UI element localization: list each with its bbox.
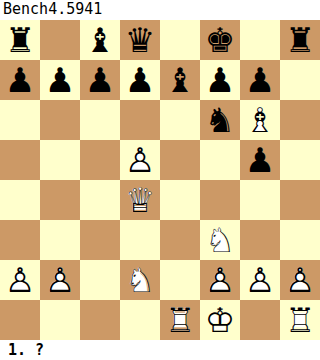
chess-app-window: Bench4.5941 ♜♝♛♚♜♟♟♟♟♝♟♟♞♝♗♟♙♟♛♕♞♘♟♙♟♙♞♘…	[0, 0, 320, 360]
piece-glyph: ♟	[240, 60, 280, 100]
square-f8[interactable]: ♚	[200, 20, 240, 60]
piece-glyph: ♚	[200, 20, 240, 60]
white-knight: ♞♘	[120, 260, 160, 300]
square-a4[interactable]	[0, 180, 40, 220]
square-e8[interactable]	[160, 20, 200, 60]
square-f4[interactable]	[200, 180, 240, 220]
square-h3[interactable]	[280, 220, 320, 260]
square-a5[interactable]	[0, 140, 40, 180]
square-e2[interactable]	[160, 260, 200, 300]
piece-glyph: ♜	[280, 20, 320, 60]
square-h2[interactable]: ♟♙	[280, 260, 320, 300]
square-b4[interactable]	[40, 180, 80, 220]
white-pawn: ♟♙	[280, 260, 320, 300]
black-bishop: ♝	[80, 20, 120, 60]
piece-outline: ♙	[0, 260, 40, 300]
square-d8[interactable]: ♛	[120, 20, 160, 60]
black-pawn: ♟	[240, 60, 280, 100]
square-g4[interactable]	[240, 180, 280, 220]
piece-outline: ♔	[200, 300, 240, 340]
black-bishop: ♝	[160, 60, 200, 100]
white-pawn: ♟♙	[40, 260, 80, 300]
black-rook: ♜	[0, 20, 40, 60]
black-pawn: ♟	[120, 60, 160, 100]
square-b5[interactable]	[40, 140, 80, 180]
square-g7[interactable]: ♟	[240, 60, 280, 100]
black-knight: ♞	[200, 100, 240, 140]
piece-glyph: ♟	[200, 60, 240, 100]
square-f1[interactable]: ♚♔	[200, 300, 240, 340]
white-king: ♚♔	[200, 300, 240, 340]
square-e6[interactable]	[160, 100, 200, 140]
square-c5[interactable]	[80, 140, 120, 180]
square-b8[interactable]	[40, 20, 80, 60]
piece-glyph: ♟	[120, 60, 160, 100]
square-a1[interactable]	[0, 300, 40, 340]
piece-outline: ♖	[160, 300, 200, 340]
white-rook: ♜♖	[280, 300, 320, 340]
black-queen: ♛	[120, 20, 160, 60]
piece-outline: ♙	[200, 260, 240, 300]
square-e3[interactable]	[160, 220, 200, 260]
black-pawn: ♟	[80, 60, 120, 100]
square-c4[interactable]	[80, 180, 120, 220]
piece-glyph: ♟	[80, 60, 120, 100]
square-d2[interactable]: ♞♘	[120, 260, 160, 300]
piece-glyph: ♟	[40, 60, 80, 100]
black-pawn: ♟	[200, 60, 240, 100]
chess-board: ♜♝♛♚♜♟♟♟♟♝♟♟♞♝♗♟♙♟♛♕♞♘♟♙♟♙♞♘♟♙♟♙♟♙♜♖♚♔♜♖	[0, 20, 320, 340]
square-f3[interactable]: ♞♘	[200, 220, 240, 260]
piece-outline: ♙	[280, 260, 320, 300]
square-f5[interactable]	[200, 140, 240, 180]
square-d1[interactable]	[120, 300, 160, 340]
square-g8[interactable]	[240, 20, 280, 60]
square-h6[interactable]	[280, 100, 320, 140]
white-pawn: ♟♙	[200, 260, 240, 300]
square-d4[interactable]: ♛♕	[120, 180, 160, 220]
square-c3[interactable]	[80, 220, 120, 260]
white-bishop: ♝♗	[240, 100, 280, 140]
window-title: Bench4.5941	[0, 0, 320, 20]
white-knight: ♞♘	[200, 220, 240, 260]
black-pawn: ♟	[40, 60, 80, 100]
piece-outline: ♙	[120, 140, 160, 180]
square-b6[interactable]	[40, 100, 80, 140]
square-c2[interactable]	[80, 260, 120, 300]
square-g5[interactable]: ♟	[240, 140, 280, 180]
black-pawn: ♟	[0, 60, 40, 100]
square-b3[interactable]	[40, 220, 80, 260]
square-d3[interactable]	[120, 220, 160, 260]
square-f6[interactable]: ♞	[200, 100, 240, 140]
piece-glyph: ♞	[200, 100, 240, 140]
white-pawn: ♟♙	[0, 260, 40, 300]
piece-outline: ♕	[120, 180, 160, 220]
square-h8[interactable]: ♜	[280, 20, 320, 60]
piece-glyph: ♟	[0, 60, 40, 100]
piece-outline: ♖	[280, 300, 320, 340]
square-f7[interactable]: ♟	[200, 60, 240, 100]
square-a7[interactable]: ♟	[0, 60, 40, 100]
square-c6[interactable]	[80, 100, 120, 140]
square-h7[interactable]	[280, 60, 320, 100]
square-g6[interactable]: ♝♗	[240, 100, 280, 140]
black-king: ♚	[200, 20, 240, 60]
square-h4[interactable]	[280, 180, 320, 220]
white-rook: ♜♖	[160, 300, 200, 340]
square-h1[interactable]: ♜♖	[280, 300, 320, 340]
square-g1[interactable]	[240, 300, 280, 340]
square-g2[interactable]: ♟♙	[240, 260, 280, 300]
piece-glyph: ♜	[0, 20, 40, 60]
square-c8[interactable]: ♝	[80, 20, 120, 60]
piece-glyph: ♝	[80, 20, 120, 60]
square-d7[interactable]: ♟	[120, 60, 160, 100]
piece-outline: ♙	[240, 260, 280, 300]
square-h5[interactable]	[280, 140, 320, 180]
piece-glyph: ♟	[240, 140, 280, 180]
black-pawn: ♟	[240, 140, 280, 180]
square-a6[interactable]	[0, 100, 40, 140]
white-queen: ♛♕	[120, 180, 160, 220]
square-b2[interactable]: ♟♙	[40, 260, 80, 300]
square-g3[interactable]	[240, 220, 280, 260]
square-e5[interactable]	[160, 140, 200, 180]
square-e4[interactable]	[160, 180, 200, 220]
piece-outline: ♙	[40, 260, 80, 300]
piece-outline: ♗	[240, 100, 280, 140]
white-pawn: ♟♙	[240, 260, 280, 300]
piece-outline: ♘	[120, 260, 160, 300]
move-prompt: 1. ?	[0, 340, 320, 360]
white-pawn: ♟♙	[120, 140, 160, 180]
square-e7[interactable]: ♝	[160, 60, 200, 100]
square-a3[interactable]	[0, 220, 40, 260]
piece-glyph: ♛	[120, 20, 160, 60]
piece-outline: ♘	[200, 220, 240, 260]
square-c7[interactable]: ♟	[80, 60, 120, 100]
square-a8[interactable]: ♜	[0, 20, 40, 60]
square-b1[interactable]	[40, 300, 80, 340]
square-a2[interactable]: ♟♙	[0, 260, 40, 300]
square-e1[interactable]: ♜♖	[160, 300, 200, 340]
square-c1[interactable]	[80, 300, 120, 340]
square-d5[interactable]: ♟♙	[120, 140, 160, 180]
black-rook: ♜	[280, 20, 320, 60]
piece-glyph: ♝	[160, 60, 200, 100]
square-d6[interactable]	[120, 100, 160, 140]
square-f2[interactable]: ♟♙	[200, 260, 240, 300]
square-b7[interactable]: ♟	[40, 60, 80, 100]
